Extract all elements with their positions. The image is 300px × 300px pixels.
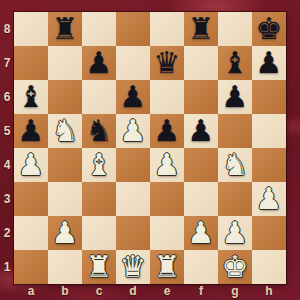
square-e8[interactable] [150,12,184,46]
square-g4[interactable]: ♞ [218,148,252,182]
piece-black-pawn: ♟ [82,46,116,80]
piece-white-pawn: ♟ [150,148,184,182]
piece-black-pawn: ♟ [252,46,286,80]
file-label-a: a [14,284,48,300]
piece-white-pawn: ♟ [14,148,48,182]
rank-label-1: 1 [0,250,14,284]
piece-black-pawn: ♟ [218,80,252,114]
piece-white-knight: ♞ [218,148,252,182]
file-label-c: c [82,284,116,300]
rank-label-4: 4 [0,148,14,182]
square-f5[interactable]: ♟ [184,114,218,148]
square-c4[interactable]: ♝ [82,148,116,182]
piece-white-pawn: ♟ [116,114,150,148]
piece-black-knight: ♞ [82,114,116,148]
piece-white-knight: ♞ [48,114,82,148]
piece-white-pawn: ♟ [252,182,286,216]
square-a7[interactable] [14,46,48,80]
square-f8[interactable]: ♜ [184,12,218,46]
square-d2[interactable] [116,216,150,250]
chess-board: ♜♜♚♟♛♝♟♝♟♟♟♞♞♟♟♟♟♝♟♞♟♟♟♟♜♛♜♚ [14,12,286,284]
square-h3[interactable]: ♟ [252,182,286,216]
square-h4[interactable] [252,148,286,182]
square-f7[interactable] [184,46,218,80]
square-a2[interactable] [14,216,48,250]
square-c8[interactable] [82,12,116,46]
piece-black-pawn: ♟ [116,80,150,114]
square-c3[interactable] [82,182,116,216]
square-a6[interactable]: ♝ [14,80,48,114]
square-c1[interactable]: ♜ [82,250,116,284]
square-b1[interactable] [48,250,82,284]
square-b6[interactable] [48,80,82,114]
square-c2[interactable] [82,216,116,250]
piece-black-pawn: ♟ [14,114,48,148]
square-e7[interactable]: ♛ [150,46,184,80]
square-d3[interactable] [116,182,150,216]
file-label-h: h [252,284,286,300]
square-d4[interactable] [116,148,150,182]
square-h7[interactable]: ♟ [252,46,286,80]
square-d1[interactable]: ♛ [116,250,150,284]
file-label-e: e [150,284,184,300]
square-b5[interactable]: ♞ [48,114,82,148]
square-g6[interactable]: ♟ [218,80,252,114]
square-b3[interactable] [48,182,82,216]
square-d8[interactable] [116,12,150,46]
square-g7[interactable]: ♝ [218,46,252,80]
piece-white-pawn: ♟ [184,216,218,250]
square-d6[interactable]: ♟ [116,80,150,114]
piece-white-queen: ♛ [116,250,150,284]
square-g1[interactable]: ♚ [218,250,252,284]
square-c5[interactable]: ♞ [82,114,116,148]
square-g3[interactable] [218,182,252,216]
file-labels: abcdefgh [14,284,286,300]
square-e5[interactable]: ♟ [150,114,184,148]
square-g5[interactable] [218,114,252,148]
square-f2[interactable]: ♟ [184,216,218,250]
square-h2[interactable] [252,216,286,250]
square-d5[interactable]: ♟ [116,114,150,148]
square-c7[interactable]: ♟ [82,46,116,80]
piece-black-pawn: ♟ [184,114,218,148]
square-e3[interactable] [150,182,184,216]
square-h8[interactable]: ♚ [252,12,286,46]
file-label-d: d [116,284,150,300]
square-f6[interactable] [184,80,218,114]
board-frame: 87654321 ♜♜♚♟♛♝♟♝♟♟♟♞♞♟♟♟♟♝♟♞♟♟♟♟♜♛♜♚ ab… [0,0,300,300]
piece-black-queen: ♛ [150,46,184,80]
square-a5[interactable]: ♟ [14,114,48,148]
rank-labels: 87654321 [0,12,14,284]
square-b7[interactable] [48,46,82,80]
square-c6[interactable] [82,80,116,114]
square-h6[interactable] [252,80,286,114]
square-h1[interactable] [252,250,286,284]
square-a8[interactable] [14,12,48,46]
piece-white-pawn: ♟ [218,216,252,250]
piece-white-bishop: ♝ [82,148,116,182]
square-e1[interactable]: ♜ [150,250,184,284]
square-g8[interactable] [218,12,252,46]
square-f3[interactable] [184,182,218,216]
piece-black-king: ♚ [252,12,286,46]
square-f1[interactable] [184,250,218,284]
piece-white-rook: ♜ [150,250,184,284]
square-a3[interactable] [14,182,48,216]
rank-label-3: 3 [0,182,14,216]
square-e2[interactable] [150,216,184,250]
square-e6[interactable] [150,80,184,114]
piece-black-rook: ♜ [184,12,218,46]
piece-black-bishop: ♝ [14,80,48,114]
piece-black-pawn: ♟ [150,114,184,148]
file-label-b: b [48,284,82,300]
rank-label-7: 7 [0,46,14,80]
rank-label-5: 5 [0,114,14,148]
square-b4[interactable] [48,148,82,182]
piece-white-rook: ♜ [82,250,116,284]
square-a4[interactable]: ♟ [14,148,48,182]
piece-black-rook: ♜ [48,12,82,46]
file-label-f: f [184,284,218,300]
square-e4[interactable]: ♟ [150,148,184,182]
rank-label-8: 8 [0,12,14,46]
file-label-g: g [218,284,252,300]
piece-black-bishop: ♝ [218,46,252,80]
square-b8[interactable]: ♜ [48,12,82,46]
square-b2[interactable]: ♟ [48,216,82,250]
piece-white-king: ♚ [218,250,252,284]
rank-label-6: 6 [0,80,14,114]
piece-white-pawn: ♟ [48,216,82,250]
square-f4[interactable] [184,148,218,182]
square-g2[interactable]: ♟ [218,216,252,250]
square-h5[interactable] [252,114,286,148]
square-a1[interactable] [14,250,48,284]
square-d7[interactable] [116,46,150,80]
rank-label-2: 2 [0,216,14,250]
